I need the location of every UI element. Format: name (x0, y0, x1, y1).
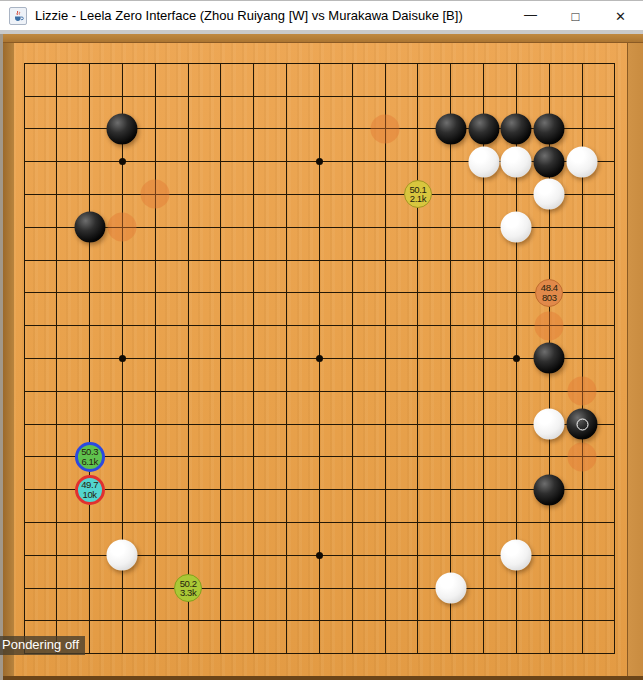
board-intersection[interactable] (106, 440, 139, 473)
board-intersection[interactable] (172, 178, 205, 211)
board-intersection[interactable] (533, 178, 566, 211)
board-intersection[interactable] (139, 309, 172, 342)
board-intersection[interactable] (303, 572, 336, 605)
board-intersection[interactable] (467, 539, 500, 572)
board-intersection[interactable] (500, 473, 533, 506)
board-intersection[interactable] (237, 506, 270, 539)
board-intersection[interactable] (8, 572, 41, 605)
board-intersection[interactable] (500, 244, 533, 277)
board-intersection[interactable] (434, 440, 467, 473)
board-intersection[interactable] (336, 506, 369, 539)
board-intersection[interactable] (8, 375, 41, 408)
board-intersection[interactable] (172, 309, 205, 342)
board-intersection[interactable] (40, 375, 73, 408)
board-intersection[interactable] (533, 506, 566, 539)
board-intersection[interactable] (369, 408, 402, 441)
board-intersection[interactable] (566, 211, 599, 244)
board-intersection[interactable] (500, 178, 533, 211)
board-intersection[interactable] (467, 473, 500, 506)
board-intersection[interactable] (467, 276, 500, 309)
board-intersection[interactable] (336, 211, 369, 244)
board-intersection[interactable] (402, 637, 435, 670)
board-intersection[interactable] (40, 539, 73, 572)
board-intersection[interactable] (336, 572, 369, 605)
board-intersection[interactable] (172, 408, 205, 441)
faint-candidate-move[interactable] (535, 311, 564, 340)
board-intersection[interactable] (40, 408, 73, 441)
board-intersection[interactable] (205, 342, 238, 375)
board-intersection[interactable] (402, 440, 435, 473)
board-intersection[interactable] (40, 211, 73, 244)
board-intersection[interactable] (172, 112, 205, 145)
board-intersection[interactable] (533, 473, 566, 506)
board-intersection[interactable] (369, 506, 402, 539)
board-intersection[interactable] (599, 145, 632, 178)
board-intersection[interactable] (303, 47, 336, 80)
board-intersection[interactable] (369, 637, 402, 670)
board-intersection[interactable] (467, 112, 500, 145)
board-intersection[interactable] (8, 145, 41, 178)
board-intersection[interactable] (467, 47, 500, 80)
board-intersection[interactable] (336, 309, 369, 342)
board-intersection[interactable] (237, 211, 270, 244)
board-intersection[interactable] (73, 408, 106, 441)
board-intersection[interactable] (336, 47, 369, 80)
board-intersection[interactable] (500, 572, 533, 605)
board-intersection[interactable] (172, 276, 205, 309)
board-intersection[interactable] (106, 178, 139, 211)
board-intersection[interactable] (566, 80, 599, 113)
board-intersection[interactable] (434, 572, 467, 605)
board-intersection[interactable] (336, 408, 369, 441)
board-intersection[interactable] (500, 80, 533, 113)
board-intersection[interactable] (106, 539, 139, 572)
board-intersection[interactable] (434, 637, 467, 670)
board-intersection[interactable] (237, 47, 270, 80)
board-intersection[interactable] (369, 47, 402, 80)
board-intersection[interactable] (270, 539, 303, 572)
board-intersection[interactable] (8, 604, 41, 637)
board-intersection[interactable] (599, 637, 632, 670)
board-intersection[interactable] (205, 539, 238, 572)
board-intersection[interactable] (566, 47, 599, 80)
board-intersection[interactable] (533, 637, 566, 670)
board-intersection[interactable] (73, 342, 106, 375)
board-intersection[interactable] (369, 539, 402, 572)
board-intersection[interactable] (106, 572, 139, 605)
board-intersection[interactable] (139, 112, 172, 145)
board-intersection[interactable] (139, 47, 172, 80)
board-intersection[interactable] (599, 539, 632, 572)
board-intersection[interactable] (237, 80, 270, 113)
board-intersection[interactable] (599, 47, 632, 80)
board-intersection[interactable] (270, 506, 303, 539)
board-intersection[interactable] (566, 473, 599, 506)
board-intersection[interactable] (270, 375, 303, 408)
faint-candidate-move[interactable] (371, 114, 400, 143)
board-intersection[interactable] (8, 342, 41, 375)
board-intersection[interactable] (500, 604, 533, 637)
board-intersection[interactable] (205, 178, 238, 211)
board-intersection[interactable] (270, 244, 303, 277)
board-intersection[interactable] (336, 178, 369, 211)
board-intersection[interactable] (303, 276, 336, 309)
board-intersection[interactable] (40, 473, 73, 506)
board-intersection[interactable] (434, 408, 467, 441)
board-intersection[interactable] (106, 342, 139, 375)
board-intersection[interactable] (434, 604, 467, 637)
board-intersection[interactable] (139, 604, 172, 637)
board-intersection[interactable] (533, 539, 566, 572)
board-intersection[interactable] (8, 440, 41, 473)
board-intersection[interactable] (303, 178, 336, 211)
board-intersection[interactable] (73, 244, 106, 277)
faint-candidate-move[interactable] (108, 213, 137, 242)
board-intersection[interactable] (467, 604, 500, 637)
board-intersection[interactable] (237, 604, 270, 637)
board-intersection[interactable] (369, 604, 402, 637)
board-intersection[interactable]: 48.4803 (533, 276, 566, 309)
board-intersection[interactable] (467, 342, 500, 375)
board-intersection[interactable] (336, 375, 369, 408)
board-intersection[interactable] (270, 637, 303, 670)
board-intersection[interactable] (500, 47, 533, 80)
board-intersection[interactable] (336, 604, 369, 637)
board-intersection[interactable] (402, 145, 435, 178)
board-intersection[interactable] (106, 47, 139, 80)
board-intersection[interactable] (402, 473, 435, 506)
board-intersection[interactable] (402, 309, 435, 342)
move-suggestion-N15[interactable]: 50.12.1k (404, 180, 432, 208)
board-intersection[interactable] (8, 211, 41, 244)
board-intersection[interactable] (172, 539, 205, 572)
board-intersection[interactable] (533, 112, 566, 145)
board-intersection[interactable] (467, 211, 500, 244)
board-intersection[interactable] (237, 539, 270, 572)
board-intersection[interactable] (40, 47, 73, 80)
board-intersection[interactable] (500, 539, 533, 572)
board-intersection[interactable] (303, 539, 336, 572)
board-intersection[interactable] (336, 145, 369, 178)
board-intersection[interactable] (172, 440, 205, 473)
board-intersection[interactable] (533, 309, 566, 342)
board-intersection[interactable] (369, 244, 402, 277)
board-intersection[interactable] (139, 375, 172, 408)
board-intersection[interactable] (8, 473, 41, 506)
board-intersection[interactable] (599, 375, 632, 408)
board-intersection[interactable] (402, 604, 435, 637)
board-intersection[interactable] (533, 342, 566, 375)
board-intersection[interactable] (106, 473, 139, 506)
board-intersection[interactable] (270, 440, 303, 473)
board-intersection[interactable] (500, 440, 533, 473)
board-intersection[interactable] (402, 408, 435, 441)
board-intersection[interactable] (270, 309, 303, 342)
board-intersection[interactable] (73, 276, 106, 309)
board-intersection[interactable] (205, 211, 238, 244)
board-intersection[interactable] (73, 178, 106, 211)
board-intersection[interactable] (500, 211, 533, 244)
move-suggestion-F3[interactable]: 50.23.3k (174, 574, 202, 602)
board-intersection[interactable] (467, 244, 500, 277)
board-intersection[interactable] (369, 211, 402, 244)
board-intersection[interactable] (8, 276, 41, 309)
board-intersection[interactable] (533, 211, 566, 244)
board-intersection[interactable] (73, 145, 106, 178)
move-suggestion-C6[interactable]: 49.710k (75, 475, 105, 505)
board-intersection[interactable] (566, 145, 599, 178)
board-intersection[interactable] (533, 80, 566, 113)
board-intersection[interactable] (599, 309, 632, 342)
board-intersection[interactable] (599, 112, 632, 145)
board-intersection[interactable] (369, 178, 402, 211)
board-intersection[interactable] (139, 145, 172, 178)
board-intersection[interactable] (599, 80, 632, 113)
board-intersection[interactable] (172, 211, 205, 244)
board-intersection[interactable] (40, 178, 73, 211)
board-intersection[interactable] (303, 244, 336, 277)
board-intersection[interactable] (533, 244, 566, 277)
board-intersection[interactable] (139, 178, 172, 211)
board-intersection[interactable] (336, 440, 369, 473)
board-intersection[interactable] (500, 276, 533, 309)
board-intersection[interactable] (467, 408, 500, 441)
board-intersection[interactable] (8, 506, 41, 539)
board-intersection[interactable] (402, 276, 435, 309)
board-intersection[interactable] (270, 47, 303, 80)
board-intersection[interactable] (599, 211, 632, 244)
board-intersection[interactable] (139, 80, 172, 113)
board-intersection[interactable] (566, 309, 599, 342)
board-intersection[interactable] (434, 309, 467, 342)
board-intersection[interactable] (205, 506, 238, 539)
board-intersection[interactable] (434, 112, 467, 145)
board-intersection[interactable] (434, 473, 467, 506)
board-intersection[interactable] (467, 309, 500, 342)
board-intersection[interactable] (40, 244, 73, 277)
board-intersection[interactable]: 50.23.3k (172, 572, 205, 605)
board-intersection[interactable] (599, 440, 632, 473)
board-intersection[interactable] (270, 211, 303, 244)
board-intersection[interactable] (402, 80, 435, 113)
board-intersection[interactable] (106, 244, 139, 277)
board-intersection[interactable] (73, 572, 106, 605)
board-intersection[interactable] (369, 309, 402, 342)
board-intersection[interactable] (533, 145, 566, 178)
board-intersection[interactable] (500, 375, 533, 408)
board-intersection[interactable] (566, 375, 599, 408)
board-intersection[interactable] (336, 473, 369, 506)
board-intersection[interactable] (599, 342, 632, 375)
board-intersection[interactable] (303, 506, 336, 539)
board-intersection[interactable] (270, 80, 303, 113)
board-intersection[interactable] (467, 572, 500, 605)
board-intersection[interactable] (237, 309, 270, 342)
board-intersection[interactable] (402, 211, 435, 244)
board-intersection[interactable] (73, 309, 106, 342)
board-intersection[interactable] (566, 342, 599, 375)
board-intersection[interactable] (270, 145, 303, 178)
board-intersection[interactable] (172, 604, 205, 637)
board-intersection[interactable] (336, 244, 369, 277)
board-intersection[interactable] (500, 309, 533, 342)
board-intersection[interactable] (205, 375, 238, 408)
board-intersection[interactable] (139, 637, 172, 670)
board-intersection[interactable] (566, 572, 599, 605)
board-intersection[interactable] (303, 145, 336, 178)
board-intersection[interactable] (8, 309, 41, 342)
board-intersection[interactable] (139, 440, 172, 473)
board-intersection[interactable] (139, 473, 172, 506)
board-intersection[interactable] (205, 309, 238, 342)
board-intersection[interactable] (303, 112, 336, 145)
board-intersection[interactable] (205, 408, 238, 441)
board-intersection[interactable] (434, 539, 467, 572)
board-intersection[interactable] (336, 112, 369, 145)
board-intersection[interactable] (270, 473, 303, 506)
board-intersection[interactable] (533, 375, 566, 408)
board-intersection[interactable] (205, 637, 238, 670)
board-intersection[interactable] (8, 539, 41, 572)
board-intersection[interactable] (73, 539, 106, 572)
board-intersection[interactable] (270, 342, 303, 375)
board-intersection[interactable] (270, 276, 303, 309)
faint-candidate-move[interactable] (141, 180, 170, 209)
board-intersection[interactable] (106, 309, 139, 342)
board-intersection[interactable] (369, 145, 402, 178)
board-intersection[interactable] (500, 112, 533, 145)
faint-candidate-move[interactable] (568, 442, 597, 471)
move-suggestion-C7[interactable]: 50.36.1k (75, 442, 105, 472)
board-intersection[interactable] (270, 604, 303, 637)
board-intersection[interactable] (270, 178, 303, 211)
board-intersection[interactable] (566, 637, 599, 670)
board-intersection[interactable] (369, 572, 402, 605)
board-intersection[interactable] (237, 408, 270, 441)
board-intersection[interactable] (237, 572, 270, 605)
board-intersection[interactable] (303, 342, 336, 375)
board-intersection[interactable] (566, 539, 599, 572)
board-intersection[interactable] (205, 145, 238, 178)
board-intersection[interactable] (599, 604, 632, 637)
board-intersection[interactable] (237, 375, 270, 408)
board-intersection[interactable] (467, 178, 500, 211)
board-intersection[interactable] (303, 211, 336, 244)
board-intersection[interactable] (467, 80, 500, 113)
board-intersection[interactable] (172, 244, 205, 277)
board-intersection[interactable] (336, 539, 369, 572)
board-intersection[interactable] (434, 178, 467, 211)
board-intersection[interactable] (8, 244, 41, 277)
minimize-button[interactable]: — (508, 1, 553, 31)
board-intersection[interactable] (139, 408, 172, 441)
board-intersection[interactable] (566, 276, 599, 309)
board-intersection[interactable] (8, 80, 41, 113)
board-intersection[interactable] (467, 440, 500, 473)
board-intersection[interactable] (139, 506, 172, 539)
board-intersection[interactable] (172, 47, 205, 80)
board-intersection[interactable] (533, 440, 566, 473)
board-intersection[interactable] (8, 47, 41, 80)
board-intersection[interactable] (73, 211, 106, 244)
board-intersection[interactable] (402, 244, 435, 277)
board-intersection[interactable] (106, 375, 139, 408)
move-suggestion-R12[interactable]: 48.4803 (535, 279, 563, 307)
board-intersection[interactable] (205, 604, 238, 637)
board-intersection[interactable] (402, 539, 435, 572)
board-intersection[interactable] (73, 80, 106, 113)
board-intersection[interactable]: 50.12.1k (402, 178, 435, 211)
board-intersection[interactable] (369, 440, 402, 473)
board-intersection[interactable] (237, 342, 270, 375)
board-intersection[interactable] (73, 112, 106, 145)
board-intersection[interactable] (237, 440, 270, 473)
board-intersection[interactable] (566, 440, 599, 473)
board-intersection[interactable] (40, 572, 73, 605)
board-intersection[interactable] (106, 506, 139, 539)
board-intersection[interactable] (205, 572, 238, 605)
board-intersection[interactable] (467, 145, 500, 178)
board-intersection[interactable] (599, 506, 632, 539)
board-intersection[interactable] (106, 604, 139, 637)
board-intersection[interactable] (73, 47, 106, 80)
board-intersection[interactable] (599, 473, 632, 506)
board-intersection[interactable] (336, 80, 369, 113)
board-intersection[interactable] (237, 244, 270, 277)
board-intersection[interactable] (40, 112, 73, 145)
board-intersection[interactable] (73, 375, 106, 408)
board-intersection[interactable] (467, 375, 500, 408)
board-intersection[interactable] (73, 604, 106, 637)
board-intersection[interactable] (237, 178, 270, 211)
board-intersection[interactable] (237, 473, 270, 506)
board-intersection[interactable] (599, 244, 632, 277)
board-intersection[interactable] (402, 47, 435, 80)
board-intersection[interactable] (566, 408, 599, 441)
board-intersection[interactable] (205, 276, 238, 309)
board-intersection[interactable] (237, 637, 270, 670)
board-intersection[interactable] (467, 637, 500, 670)
board-intersection[interactable] (566, 604, 599, 637)
board-intersection[interactable] (40, 276, 73, 309)
board-intersection[interactable] (237, 276, 270, 309)
board-intersection[interactable] (336, 276, 369, 309)
board-intersection[interactable] (303, 375, 336, 408)
board-intersection[interactable] (172, 473, 205, 506)
board-intersection[interactable] (303, 473, 336, 506)
board-intersection[interactable] (434, 276, 467, 309)
board-intersection[interactable] (533, 604, 566, 637)
board-intersection[interactable] (8, 112, 41, 145)
board-intersection[interactable] (434, 506, 467, 539)
board-intersection[interactable] (369, 112, 402, 145)
board-intersection[interactable] (270, 112, 303, 145)
board-intersection[interactable] (599, 408, 632, 441)
board-intersection[interactable] (336, 637, 369, 670)
board-intersection[interactable] (369, 342, 402, 375)
board-intersection[interactable] (40, 309, 73, 342)
board-intersection[interactable] (172, 637, 205, 670)
board-intersection[interactable] (172, 342, 205, 375)
board-intersection[interactable] (599, 178, 632, 211)
board-intersection[interactable] (8, 178, 41, 211)
board-intersection[interactable] (500, 342, 533, 375)
board-intersection[interactable] (402, 342, 435, 375)
board-intersection[interactable] (270, 408, 303, 441)
board-intersection[interactable] (40, 80, 73, 113)
board-intersection[interactable] (303, 440, 336, 473)
board-intersection[interactable] (500, 637, 533, 670)
